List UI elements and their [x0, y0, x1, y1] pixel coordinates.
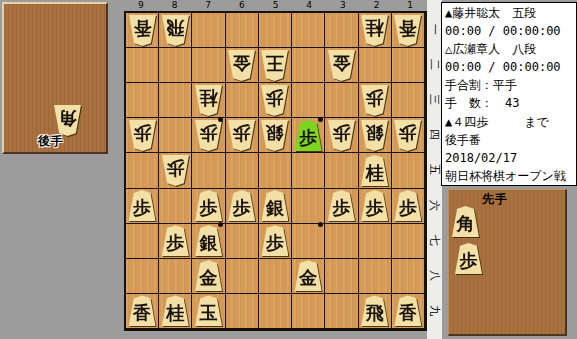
square-36[interactable]: 歩: [325, 189, 358, 224]
square-68[interactable]: [226, 259, 259, 294]
gote-clock: 00:00 / 00:00:00: [445, 58, 576, 76]
square-96[interactable]: 歩: [126, 189, 159, 224]
hand-piece-sente-歩[interactable]: 歩: [455, 243, 482, 274]
square-12[interactable]: [392, 48, 425, 83]
piece-sente-歩-26[interactable]: 歩: [361, 190, 388, 221]
square-54[interactable]: 銀: [259, 118, 292, 153]
piece-gote-銀-24[interactable]: 銀: [361, 120, 388, 151]
rank-labels: 一二三四五六七八九: [427, 0, 442, 339]
piece-sente-香-99[interactable]: 香: [129, 295, 156, 326]
square-18[interactable]: [392, 259, 425, 294]
square-78[interactable]: 金: [192, 259, 225, 294]
square-41[interactable]: [292, 13, 325, 48]
square-58[interactable]: [259, 259, 292, 294]
piece-sente-銀-56[interactable]: 銀: [261, 190, 288, 221]
square-87[interactable]: 歩: [159, 224, 192, 259]
shogi-viewer-window: 角 後手 987654321 香飛桂香金王金桂歩歩歩歩歩銀歩歩銀歩歩桂歩歩歩銀歩…: [0, 0, 577, 339]
game-info-panel: ▲藤井聡太 五段 00:00 / 00:00:00 △広瀬章人 八段 00:00…: [441, 2, 577, 186]
square-71[interactable]: [192, 13, 225, 48]
square-61[interactable]: [226, 13, 259, 48]
square-76[interactable]: 歩: [192, 189, 225, 224]
piece-sente-金-48[interactable]: 金: [295, 260, 322, 291]
piece-gote-歩-23[interactable]: 歩: [361, 85, 388, 116]
square-23[interactable]: 歩: [359, 83, 392, 118]
square-24[interactable]: 銀: [359, 118, 392, 153]
square-11[interactable]: 香: [392, 13, 425, 48]
square-77[interactable]: 銀: [192, 224, 225, 259]
square-73[interactable]: 桂: [192, 83, 225, 118]
square-69[interactable]: [226, 294, 259, 329]
square-59[interactable]: [259, 294, 292, 329]
piece-gote-桂-21[interactable]: 桂: [361, 15, 388, 46]
square-51[interactable]: [259, 13, 292, 48]
file-label-2: 2: [360, 0, 394, 11]
square-75[interactable]: [192, 153, 225, 188]
square-25[interactable]: 桂: [359, 153, 392, 188]
file-label-3: 3: [326, 0, 360, 11]
rank-label-6: 六: [427, 198, 442, 213]
piece-sente-金-78[interactable]: 金: [195, 260, 222, 291]
square-53[interactable]: 歩: [259, 83, 292, 118]
square-27[interactable]: [359, 224, 392, 259]
square-15[interactable]: [392, 153, 425, 188]
square-84[interactable]: [159, 118, 192, 153]
rank-label-9: 九: [427, 303, 442, 318]
square-45[interactable]: [292, 153, 325, 188]
square-43[interactable]: [292, 83, 325, 118]
file-label-9: 9: [124, 0, 158, 11]
square-42[interactable]: [292, 48, 325, 83]
square-34[interactable]: 歩: [325, 118, 358, 153]
square-64[interactable]: 歩: [226, 118, 259, 153]
square-14[interactable]: 歩: [392, 118, 425, 153]
square-39[interactable]: [325, 294, 358, 329]
square-98[interactable]: [126, 259, 159, 294]
square-22[interactable]: [359, 48, 392, 83]
event-name: 朝日杯将棋オープン戦: [445, 167, 576, 185]
piece-sente-銀-77[interactable]: 銀: [195, 225, 222, 256]
sente-player-name: ▲藤井聡太 五段: [445, 4, 576, 22]
square-79[interactable]: 玉: [192, 294, 225, 329]
square-99[interactable]: 香: [126, 294, 159, 329]
square-35[interactable]: [325, 153, 358, 188]
piece-gote-金-32[interactable]: 金: [328, 50, 355, 81]
piece-gote-歩-94[interactable]: 歩: [129, 120, 156, 151]
hand-piece-gote-角[interactable]: 角: [54, 105, 81, 136]
last-move-line: ▲４四歩 まで: [445, 113, 576, 131]
sente-side-label: 先手: [482, 191, 508, 208]
square-13[interactable]: [392, 83, 425, 118]
square-63[interactable]: [226, 83, 259, 118]
square-19[interactable]: 香: [392, 294, 425, 329]
gote-side-label: 後手: [38, 133, 64, 150]
square-28[interactable]: [359, 259, 392, 294]
square-38[interactable]: [325, 259, 358, 294]
square-48[interactable]: 金: [292, 259, 325, 294]
file-label-1: 1: [393, 0, 427, 11]
square-47[interactable]: [292, 224, 325, 259]
file-label-5: 5: [259, 0, 293, 11]
piece-gote-歩-14[interactable]: 歩: [394, 120, 421, 151]
game-date: 2018/02/17: [445, 149, 576, 167]
piece-sente-歩-16[interactable]: 歩: [394, 190, 421, 221]
square-49[interactable]: [292, 294, 325, 329]
piece-sente-歩-66[interactable]: 歩: [228, 190, 255, 221]
sente-clock: 00:00 / 00:00:00: [445, 22, 576, 40]
square-29[interactable]: 飛: [359, 294, 392, 329]
piece-sente-歩-57[interactable]: 歩: [261, 225, 288, 256]
piece-sente-歩-96[interactable]: 歩: [129, 190, 156, 221]
piece-gote-歩-74[interactable]: 歩: [195, 120, 222, 151]
side-to-move-line: 後手番: [445, 131, 576, 149]
square-65[interactable]: [226, 153, 259, 188]
gote-player-name: △広瀬章人 八段: [445, 40, 576, 58]
square-86[interactable]: [159, 189, 192, 224]
square-81[interactable]: 飛: [159, 13, 192, 48]
piece-gote-歩-34[interactable]: 歩: [328, 120, 355, 151]
file-label-4: 4: [292, 0, 326, 11]
square-21[interactable]: 桂: [359, 13, 392, 48]
square-91[interactable]: 香: [126, 13, 159, 48]
handicap-line: 手合割：平手: [445, 76, 576, 94]
hand-piece-sente-角[interactable]: 角: [452, 206, 479, 237]
piece-gote-飛-81[interactable]: 飛: [162, 15, 189, 46]
square-95[interactable]: [126, 153, 159, 188]
square-72[interactable]: [192, 48, 225, 83]
square-97[interactable]: [126, 224, 159, 259]
square-82[interactable]: [159, 48, 192, 83]
file-label-8: 8: [158, 0, 192, 11]
move-count-line: 手 数： 43: [445, 94, 576, 112]
square-37[interactable]: [325, 224, 358, 259]
piece-sente-玉-79[interactable]: 玉: [195, 295, 222, 326]
square-46[interactable]: [292, 189, 325, 224]
rank-label-3: 三: [427, 92, 442, 107]
square-31[interactable]: [325, 13, 358, 48]
piece-gote-歩-85[interactable]: 歩: [162, 155, 189, 186]
piece-gote-銀-54[interactable]: 銀: [261, 120, 288, 151]
piece-gote-王-52[interactable]: 王: [261, 50, 288, 81]
piece-sente-歩-44[interactable]: 歩: [295, 120, 322, 151]
rank-label-1: 一: [427, 22, 442, 37]
square-94[interactable]: 歩: [126, 118, 159, 153]
square-92[interactable]: [126, 48, 159, 83]
sente-komadai: 先手 角歩: [448, 189, 567, 336]
square-56[interactable]: 銀: [259, 189, 292, 224]
hoshi-dot: [318, 117, 323, 122]
piece-gote-香-11[interactable]: 香: [394, 15, 421, 46]
square-52[interactable]: 王: [259, 48, 292, 83]
piece-gote-桂-73[interactable]: 桂: [195, 85, 222, 116]
piece-sente-歩-36[interactable]: 歩: [328, 190, 355, 221]
square-33[interactable]: [325, 83, 358, 118]
square-66[interactable]: 歩: [226, 189, 259, 224]
rank-label-2: 二: [427, 57, 442, 72]
piece-gote-歩-53[interactable]: 歩: [261, 85, 288, 116]
piece-sente-飛-29[interactable]: 飛: [361, 295, 388, 326]
gote-komadai: 角 後手: [2, 2, 108, 154]
square-55[interactable]: [259, 153, 292, 188]
square-26[interactable]: 歩: [359, 189, 392, 224]
square-88[interactable]: [159, 259, 192, 294]
square-74[interactable]: 歩: [192, 118, 225, 153]
square-83[interactable]: [159, 83, 192, 118]
square-89[interactable]: 桂: [159, 294, 192, 329]
rank-label-4: 四: [427, 127, 442, 142]
piece-sente-歩-87[interactable]: 歩: [162, 225, 189, 256]
piece-sente-歩-76[interactable]: 歩: [195, 190, 222, 221]
shogi-board: 香飛桂香金王金桂歩歩歩歩歩銀歩歩銀歩歩桂歩歩歩銀歩歩歩歩銀歩金金香桂玉飛香: [124, 11, 427, 331]
piece-gote-香-91[interactable]: 香: [129, 15, 156, 46]
hoshi-dot: [218, 117, 223, 122]
rank-label-7: 七: [427, 233, 442, 248]
rank-label-5: 五: [427, 162, 442, 177]
square-85[interactable]: 歩: [159, 153, 192, 188]
square-57[interactable]: 歩: [259, 224, 292, 259]
square-44[interactable]: 歩: [292, 118, 325, 153]
hoshi-dot: [218, 222, 223, 227]
piece-sente-桂-89[interactable]: 桂: [162, 295, 189, 326]
file-label-6: 6: [225, 0, 259, 11]
piece-gote-歩-64[interactable]: 歩: [228, 120, 255, 151]
square-32[interactable]: 金: [325, 48, 358, 83]
rank-label-8: 八: [427, 268, 442, 283]
piece-sente-桂-25[interactable]: 桂: [361, 155, 388, 186]
hoshi-dot: [318, 222, 323, 227]
square-93[interactable]: [126, 83, 159, 118]
file-labels: 987654321: [124, 0, 427, 11]
square-17[interactable]: [392, 224, 425, 259]
square-16[interactable]: 歩: [392, 189, 425, 224]
square-67[interactable]: [226, 224, 259, 259]
piece-gote-金-62[interactable]: 金: [228, 50, 255, 81]
square-62[interactable]: 金: [226, 48, 259, 83]
piece-sente-香-19[interactable]: 香: [394, 295, 421, 326]
file-label-7: 7: [191, 0, 225, 11]
